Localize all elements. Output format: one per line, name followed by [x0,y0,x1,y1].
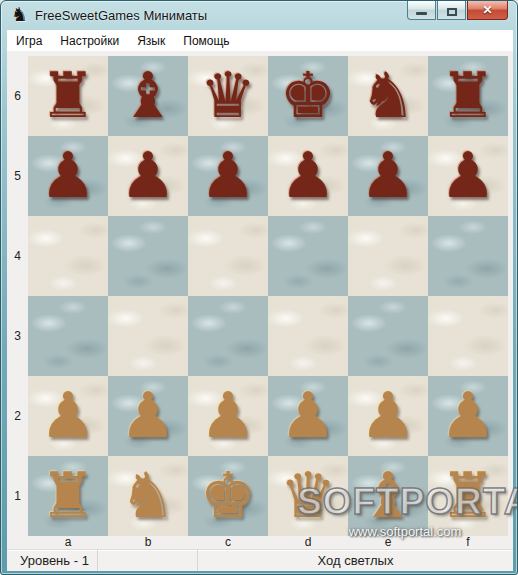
square-e2[interactable]: ♟ [348,376,428,456]
square-b2[interactable]: ♟ [108,376,188,456]
piece-light-pawn[interactable]: ♟ [360,376,416,456]
square-a5[interactable]: ♟ [28,136,108,216]
rank-label-2: 2 [7,376,28,456]
file-labels: a b c d e f [28,535,508,549]
piece-dark-pawn[interactable]: ♟ [40,136,96,216]
square-d4[interactable] [268,216,348,296]
square-e4[interactable] [348,216,428,296]
maximize-icon [447,8,457,16]
app-window: ♞ FreeSweetGames Миниматы ✕ Игра Настрой… [0,0,518,575]
file-label-b: b [108,535,188,549]
file-label-e: e [348,535,428,549]
square-b6[interactable]: ♝ [108,56,188,136]
close-icon: ✕ [482,1,492,20]
file-label-f: f [428,535,508,549]
piece-dark-pawn[interactable]: ♟ [120,136,176,216]
window-controls: ✕ [407,1,508,20]
piece-dark-pawn[interactable]: ♟ [200,136,256,216]
square-f3[interactable] [428,296,508,376]
rank-label-1: 1 [7,456,28,536]
square-f4[interactable] [428,216,508,296]
status-turn: Ход светлых [198,553,513,568]
minimize-icon [416,12,427,15]
status-bar: Уровень - 1 Ход светлых [7,549,513,571]
piece-light-pawn[interactable]: ♟ [280,376,336,456]
piece-dark-pawn[interactable]: ♟ [360,136,416,216]
app-knight-icon: ♞ [11,5,28,24]
piece-light-queen[interactable]: ♛ [280,456,336,536]
piece-light-king[interactable]: ♚ [200,456,256,536]
piece-light-rook[interactable]: ♜ [40,456,96,536]
square-c5[interactable]: ♟ [188,136,268,216]
minimize-button[interactable] [407,1,436,20]
piece-dark-queen[interactable]: ♛ [200,56,256,136]
rank-label-4: 4 [7,216,28,296]
square-f2[interactable]: ♟ [428,376,508,456]
menu-language[interactable]: Язык [128,31,174,51]
piece-dark-knight[interactable]: ♞ [360,56,416,136]
status-level: Уровень - 1 [7,550,98,571]
board-area: 6 5 4 3 2 1 ♜♝♛♚♞♜♟♟♟♟♟♟♟♟♟♟♟♟♜♞♚♛♝♜ a b… [7,51,513,549]
square-d2[interactable]: ♟ [268,376,348,456]
menu-help[interactable]: Помощь [174,31,238,51]
chess-board: ♜♝♛♚♞♜♟♟♟♟♟♟♟♟♟♟♟♟♜♞♚♛♝♜ [28,56,508,536]
rank-labels: 6 5 4 3 2 1 [7,56,28,536]
square-e6[interactable]: ♞ [348,56,428,136]
menu-game[interactable]: Игра [7,31,51,51]
square-e3[interactable] [348,296,428,376]
piece-dark-king[interactable]: ♚ [280,56,336,136]
piece-light-bishop[interactable]: ♝ [360,456,416,536]
rank-label-3: 3 [7,296,28,376]
square-b3[interactable] [108,296,188,376]
square-e1[interactable]: ♝ [348,456,428,536]
piece-light-pawn[interactable]: ♟ [200,376,256,456]
close-button[interactable]: ✕ [467,1,508,20]
square-a2[interactable]: ♟ [28,376,108,456]
maximize-button[interactable] [437,1,466,20]
square-c4[interactable] [188,216,268,296]
piece-dark-rook[interactable]: ♜ [40,56,96,136]
square-c6[interactable]: ♛ [188,56,268,136]
square-f6[interactable]: ♜ [428,56,508,136]
piece-light-knight[interactable]: ♞ [120,456,176,536]
square-a4[interactable] [28,216,108,296]
square-d5[interactable]: ♟ [268,136,348,216]
piece-light-pawn[interactable]: ♟ [40,376,96,456]
window-title: FreeSweetGames Миниматы [35,8,207,23]
menu-settings[interactable]: Настройки [51,31,128,51]
square-b5[interactable]: ♟ [108,136,188,216]
rank-label-5: 5 [7,136,28,216]
square-e5[interactable]: ♟ [348,136,428,216]
piece-dark-bishop[interactable]: ♝ [120,56,176,136]
rank-label-6: 6 [7,56,28,136]
square-a1[interactable]: ♜ [28,456,108,536]
square-d1[interactable]: ♛ [268,456,348,536]
square-c3[interactable] [188,296,268,376]
file-label-a: a [28,535,108,549]
piece-light-pawn[interactable]: ♟ [120,376,176,456]
piece-dark-pawn[interactable]: ♟ [280,136,336,216]
square-d3[interactable] [268,296,348,376]
square-c2[interactable]: ♟ [188,376,268,456]
square-a6[interactable]: ♜ [28,56,108,136]
square-b4[interactable] [108,216,188,296]
piece-light-rook[interactable]: ♜ [440,456,496,536]
square-b1[interactable]: ♞ [108,456,188,536]
piece-light-pawn[interactable]: ♟ [440,376,496,456]
title-bar[interactable]: ♞ FreeSweetGames Миниматы ✕ [1,1,517,29]
file-label-d: d [268,535,348,549]
square-c1[interactable]: ♚ [188,456,268,536]
square-d6[interactable]: ♚ [268,56,348,136]
square-a3[interactable] [28,296,108,376]
square-f5[interactable]: ♟ [428,136,508,216]
square-f1[interactable]: ♜ [428,456,508,536]
piece-dark-rook[interactable]: ♜ [440,56,496,136]
piece-dark-pawn[interactable]: ♟ [440,136,496,216]
status-middle-panel [98,550,198,571]
file-label-c: c [188,535,268,549]
menu-bar: Игра Настройки Язык Помощь [7,30,513,51]
